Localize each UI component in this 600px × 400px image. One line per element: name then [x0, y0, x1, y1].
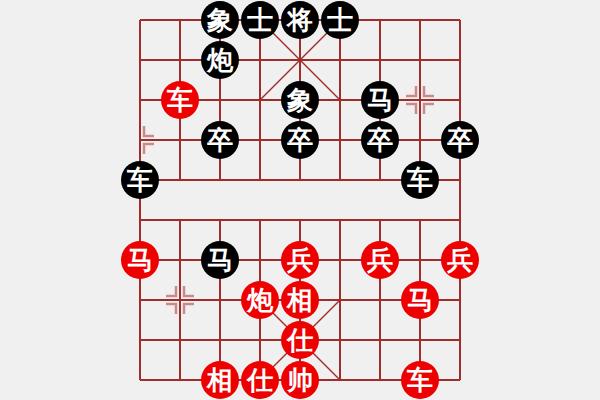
- board-point[interactable]: [240, 120, 280, 160]
- board-point[interactable]: [360, 280, 400, 320]
- piece-black-general[interactable]: 将: [281, 1, 319, 39]
- piece-black-advisor[interactable]: 士: [241, 1, 279, 39]
- board-point[interactable]: [120, 80, 160, 120]
- board-point[interactable]: [440, 360, 480, 400]
- board-point[interactable]: [120, 0, 160, 40]
- piece-red-chariot[interactable]: 车: [161, 81, 199, 119]
- board-point[interactable]: [160, 0, 200, 40]
- board-point[interactable]: 相: [200, 360, 240, 400]
- board-point[interactable]: 士: [240, 0, 280, 40]
- board-point[interactable]: [320, 320, 360, 360]
- board-point[interactable]: [240, 320, 280, 360]
- piece-red-soldier[interactable]: 兵: [361, 241, 399, 279]
- board-point[interactable]: [200, 80, 240, 120]
- piece-red-advisor[interactable]: 仕: [281, 321, 319, 359]
- piece-black-soldier[interactable]: 卒: [361, 121, 399, 159]
- board-point[interactable]: [320, 120, 360, 160]
- board-point[interactable]: 卒: [360, 120, 400, 160]
- board-point[interactable]: 马: [120, 240, 160, 280]
- piece-black-soldier[interactable]: 卒: [281, 121, 319, 159]
- board-point[interactable]: 仕: [240, 360, 280, 400]
- board-point[interactable]: [440, 160, 480, 200]
- piece-black-soldier[interactable]: 卒: [441, 121, 479, 159]
- piece-red-advisor[interactable]: 仕: [241, 361, 279, 399]
- board-point[interactable]: [160, 280, 200, 320]
- piece-black-horse[interactable]: 马: [201, 241, 239, 279]
- piece-red-horse[interactable]: 马: [121, 241, 159, 279]
- board-point[interactable]: 卒: [280, 120, 320, 160]
- board-point[interactable]: [400, 200, 440, 240]
- board-point[interactable]: [400, 80, 440, 120]
- piece-black-chariot[interactable]: 车: [401, 161, 439, 199]
- board-point[interactable]: [440, 0, 480, 40]
- board-point[interactable]: 仕: [280, 320, 320, 360]
- piece-red-horse[interactable]: 马: [401, 281, 439, 319]
- board-point[interactable]: [360, 40, 400, 80]
- board-point[interactable]: [360, 160, 400, 200]
- piece-black-elephant[interactable]: 象: [281, 81, 319, 119]
- board-point[interactable]: [360, 360, 400, 400]
- board-point[interactable]: [240, 80, 280, 120]
- board-point[interactable]: 马: [360, 80, 400, 120]
- piece-red-general[interactable]: 帅: [281, 361, 319, 399]
- board-point[interactable]: [120, 320, 160, 360]
- board-point[interactable]: 相: [280, 280, 320, 320]
- board-point[interactable]: 将: [280, 0, 320, 40]
- board-point[interactable]: [440, 280, 480, 320]
- board-point[interactable]: 象: [280, 80, 320, 120]
- board-point[interactable]: [320, 200, 360, 240]
- board-point[interactable]: [320, 80, 360, 120]
- board-point[interactable]: 兵: [440, 240, 480, 280]
- board-point[interactable]: [280, 200, 320, 240]
- board-point[interactable]: 马: [200, 240, 240, 280]
- board-point[interactable]: [440, 40, 480, 80]
- board-point[interactable]: 兵: [360, 240, 400, 280]
- board-point[interactable]: 卒: [440, 120, 480, 160]
- piece-red-chariot[interactable]: 车: [401, 361, 439, 399]
- xiangqi-board[interactable]: 象士将士炮车象马卒卒卒卒车车马马兵兵兵炮相马仕相仕帅车: [120, 0, 480, 400]
- board-point[interactable]: [360, 200, 400, 240]
- board-point[interactable]: 车: [400, 160, 440, 200]
- board-point[interactable]: [360, 0, 400, 40]
- board-point[interactable]: [400, 320, 440, 360]
- piece-black-horse[interactable]: 马: [361, 81, 399, 119]
- piece-black-advisor[interactable]: 士: [321, 1, 359, 39]
- board-point[interactable]: [200, 320, 240, 360]
- board-point[interactable]: [440, 200, 480, 240]
- board-point[interactable]: [200, 160, 240, 200]
- board-point[interactable]: [320, 280, 360, 320]
- piece-red-elephant[interactable]: 相: [201, 361, 239, 399]
- board-point[interactable]: 炮: [200, 40, 240, 80]
- board-point[interactable]: [400, 240, 440, 280]
- board-point[interactable]: [400, 0, 440, 40]
- board-point[interactable]: 车: [120, 160, 160, 200]
- board-point[interactable]: [240, 160, 280, 200]
- board-point[interactable]: [160, 40, 200, 80]
- board-point[interactable]: 帅: [280, 360, 320, 400]
- piece-black-cannon[interactable]: 炮: [201, 41, 239, 79]
- xiangqi-app: 象士将士炮车象马卒卒卒卒车车马马兵兵兵炮相马仕相仕帅车: [0, 0, 600, 400]
- board-point[interactable]: [320, 160, 360, 200]
- board-point[interactable]: [160, 200, 200, 240]
- piece-red-elephant[interactable]: 相: [281, 281, 319, 319]
- piece-black-chariot[interactable]: 车: [121, 161, 159, 199]
- board-point[interactable]: 兵: [280, 240, 320, 280]
- board-point[interactable]: [320, 360, 360, 400]
- piece-red-soldier[interactable]: 兵: [281, 241, 319, 279]
- board-point[interactable]: 车: [400, 360, 440, 400]
- board-point[interactable]: [160, 320, 200, 360]
- piece-black-soldier[interactable]: 卒: [201, 121, 239, 159]
- board-point[interactable]: [320, 40, 360, 80]
- board-point[interactable]: [240, 240, 280, 280]
- piece-red-soldier[interactable]: 兵: [441, 241, 479, 279]
- board-point[interactable]: 车: [160, 80, 200, 120]
- board-point[interactable]: [440, 320, 480, 360]
- board-point[interactable]: [200, 280, 240, 320]
- board-point[interactable]: 士: [320, 0, 360, 40]
- board-point[interactable]: [320, 240, 360, 280]
- board-point[interactable]: 炮: [240, 280, 280, 320]
- board-point[interactable]: [160, 240, 200, 280]
- board-point[interactable]: [120, 360, 160, 400]
- board-point[interactable]: [160, 360, 200, 400]
- board-point[interactable]: [120, 200, 160, 240]
- board-point[interactable]: 卒: [200, 120, 240, 160]
- piece-black-elephant[interactable]: 象: [201, 1, 239, 39]
- board-point[interactable]: [120, 40, 160, 80]
- board-point[interactable]: [400, 40, 440, 80]
- piece-red-cannon[interactable]: 炮: [241, 281, 279, 319]
- board-point[interactable]: [240, 200, 280, 240]
- board-point[interactable]: [160, 160, 200, 200]
- board-point[interactable]: [440, 80, 480, 120]
- board-point[interactable]: [280, 40, 320, 80]
- board-point[interactable]: 象: [200, 0, 240, 40]
- board-point[interactable]: [400, 120, 440, 160]
- board-point[interactable]: [280, 160, 320, 200]
- board-point[interactable]: [360, 320, 400, 360]
- board-point[interactable]: [120, 120, 160, 160]
- board-point[interactable]: [160, 120, 200, 160]
- board-point[interactable]: [240, 40, 280, 80]
- board-point[interactable]: [120, 280, 160, 320]
- board-point[interactable]: [200, 200, 240, 240]
- board-point[interactable]: 马: [400, 280, 440, 320]
